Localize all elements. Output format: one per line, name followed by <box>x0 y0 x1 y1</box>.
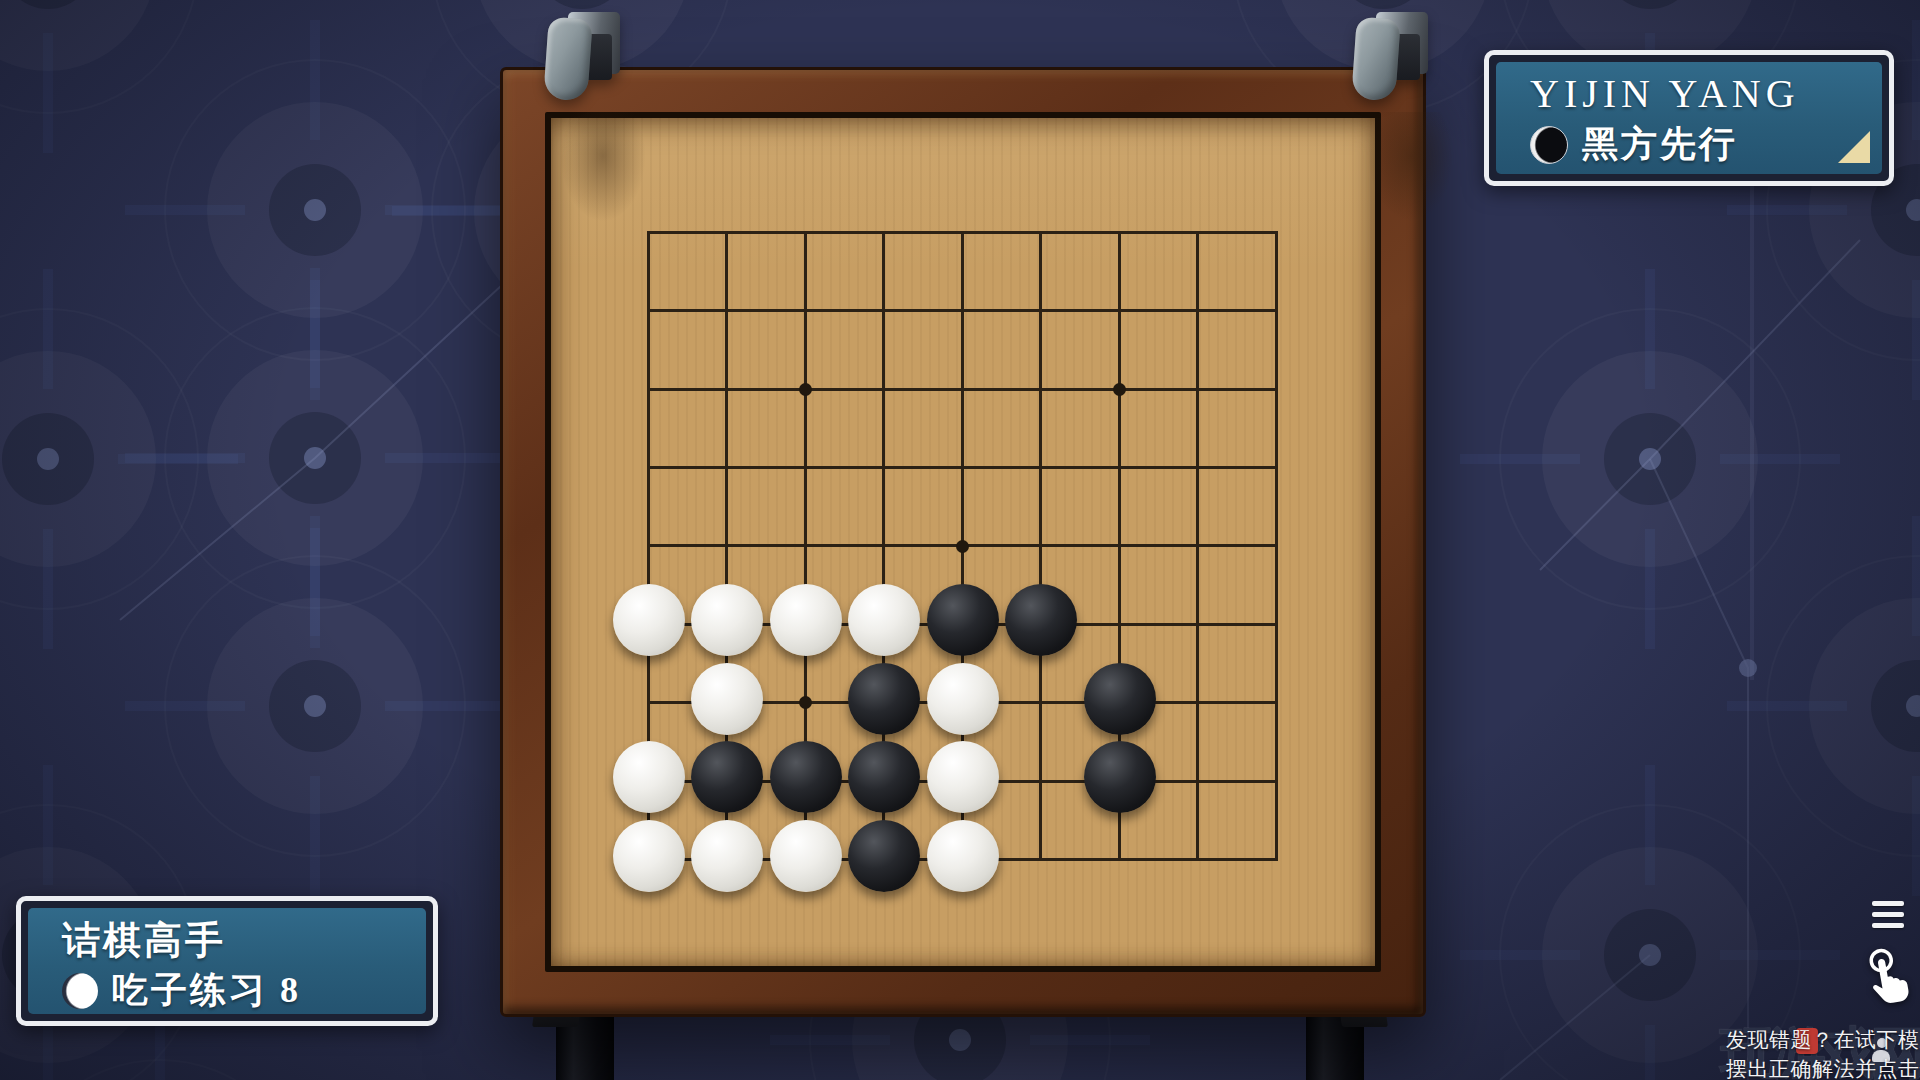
stone-white <box>927 820 999 892</box>
game-screen: YIJIN YANG 黑方先行 诘棋高手 吃子练习 8 玩游戏网 发现错题？在试… <box>0 0 1920 1080</box>
panel-expand-triangle[interactable] <box>1838 131 1870 163</box>
hamburger-menu-button[interactable] <box>1872 901 1906 933</box>
hoshi-point <box>956 540 969 553</box>
stone-white <box>613 741 685 813</box>
hoshi-point <box>799 383 812 396</box>
black-stone-icon <box>1530 126 1568 164</box>
stone-black <box>848 820 920 892</box>
turn-label: 黑方先行 <box>1582 120 1738 169</box>
board-clamp-right <box>1342 8 1434 104</box>
clamp-shadow-left <box>560 112 646 222</box>
puzzle-info-panel: 诘棋高手 吃子练习 8 <box>16 896 438 1026</box>
puzzle-title: 诘棋高手 <box>62 918 426 962</box>
stone-white <box>691 663 763 735</box>
board-clamp-left <box>534 8 626 104</box>
goban-grid[interactable] <box>647 231 1278 861</box>
stone-white <box>691 820 763 892</box>
hint-line1: 发现错题？在试下模式中 <box>1726 1026 1920 1055</box>
stone-black <box>1084 741 1156 813</box>
hint-line2-link[interactable]: 摆出正确解法并点击这里 <box>1726 1055 1920 1080</box>
stone-white <box>770 584 842 656</box>
player-turn-panel: YIJIN YANG 黑方先行 <box>1484 50 1894 186</box>
stone-black <box>848 663 920 735</box>
hoshi-point <box>1113 383 1126 396</box>
player-name: YIJIN YANG <box>1530 72 1882 116</box>
stone-black <box>848 741 920 813</box>
stone-white <box>927 663 999 735</box>
stone-black <box>1005 584 1077 656</box>
clamp-shadow-right <box>1368 112 1454 222</box>
stone-black <box>770 741 842 813</box>
stone-black <box>691 741 763 813</box>
stone-white <box>848 584 920 656</box>
puzzle-subtitle: 吃子练习 8 <box>112 966 301 1015</box>
stone-white <box>691 584 763 656</box>
error-report-hint: 发现错题？在试下模式中 摆出正确解法并点击这里 <box>1726 1026 1920 1080</box>
hoshi-point <box>799 696 812 709</box>
stone-white <box>927 741 999 813</box>
stone-black <box>927 584 999 656</box>
stone-white <box>613 820 685 892</box>
stone-black <box>1084 663 1156 735</box>
white-stone-icon <box>62 973 98 1009</box>
stone-white <box>770 820 842 892</box>
hand-pointer-cursor-icon <box>1860 946 1912 1006</box>
stone-white <box>613 584 685 656</box>
